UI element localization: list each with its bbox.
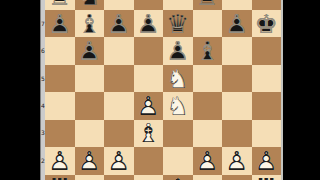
square-d6[interactable] bbox=[134, 37, 164, 64]
square-d5[interactable] bbox=[134, 65, 164, 92]
piece-white-knight: ♞♘ bbox=[163, 92, 193, 119]
square-d4[interactable]: ♟♙ bbox=[134, 92, 164, 119]
square-f6[interactable]: ♝♗ bbox=[193, 37, 223, 64]
square-d3[interactable]: ♝♗ bbox=[134, 120, 164, 147]
square-c5[interactable] bbox=[104, 65, 134, 92]
square-b7[interactable]: ♝♗ bbox=[75, 10, 105, 37]
square-f8[interactable]: ♜♖ bbox=[193, 0, 223, 10]
square-b8[interactable]: ♞♘ bbox=[75, 0, 105, 10]
piece-white-rook: ♜♖ bbox=[45, 175, 75, 180]
square-e2[interactable] bbox=[163, 147, 193, 174]
square-a2[interactable]: ♟♙ bbox=[45, 147, 75, 174]
piece-white-pawn: ♟♙ bbox=[104, 147, 134, 174]
square-e4[interactable]: ♞♘ bbox=[163, 92, 193, 119]
letterbox-left bbox=[0, 0, 40, 180]
square-b3[interactable] bbox=[75, 120, 105, 147]
square-c1[interactable] bbox=[104, 175, 134, 180]
square-b5[interactable] bbox=[75, 65, 105, 92]
square-f5[interactable] bbox=[193, 65, 223, 92]
square-g1[interactable] bbox=[222, 175, 252, 180]
square-f1[interactable] bbox=[193, 175, 223, 180]
piece-black-queen: ♛♕ bbox=[163, 10, 193, 37]
piece-black-pawn: ♟♙ bbox=[222, 10, 252, 37]
chess-board[interactable]: ♜♖♞♘♜♖♟♙♝♗♟♙♟♙♛♕♟♙♚♔♟♙♟♙♝♗♞♘♟♙♞♘♝♗♟♙♟♙♟♙… bbox=[45, 0, 281, 180]
square-b6[interactable]: ♟♙ bbox=[75, 37, 105, 64]
rank-label-3: 3 bbox=[41, 120, 45, 147]
piece-white-pawn: ♟♙ bbox=[193, 147, 223, 174]
square-g6[interactable] bbox=[222, 37, 252, 64]
piece-black-rook: ♜♖ bbox=[193, 0, 223, 10]
rank-label-2: 2 bbox=[41, 147, 45, 174]
square-c7[interactable]: ♟♙ bbox=[104, 10, 134, 37]
piece-black-bishop: ♝♗ bbox=[193, 37, 223, 64]
piece-black-pawn: ♟♙ bbox=[45, 10, 75, 37]
square-a4[interactable] bbox=[45, 92, 75, 119]
square-g5[interactable] bbox=[222, 65, 252, 92]
piece-black-bishop: ♝♗ bbox=[75, 10, 105, 37]
square-e1[interactable]: ♚♔ bbox=[163, 175, 193, 180]
square-g7[interactable]: ♟♙ bbox=[222, 10, 252, 37]
square-h2[interactable]: ♟♙ bbox=[252, 147, 282, 174]
piece-black-knight: ♞♘ bbox=[75, 0, 105, 10]
square-g3[interactable] bbox=[222, 120, 252, 147]
square-a8[interactable]: ♜♖ bbox=[45, 0, 75, 10]
square-a5[interactable] bbox=[45, 65, 75, 92]
square-h1[interactable]: ♜♖ bbox=[252, 175, 282, 180]
piece-black-pawn: ♟♙ bbox=[134, 10, 164, 37]
square-c8[interactable] bbox=[104, 0, 134, 10]
rank-label-5: 5 bbox=[41, 65, 45, 92]
piece-black-pawn: ♟♙ bbox=[163, 37, 193, 64]
piece-black-pawn: ♟♙ bbox=[104, 10, 134, 37]
square-h3[interactable] bbox=[252, 120, 282, 147]
square-d7[interactable]: ♟♙ bbox=[134, 10, 164, 37]
square-b2[interactable]: ♟♙ bbox=[75, 147, 105, 174]
square-c4[interactable] bbox=[104, 92, 134, 119]
square-a7[interactable]: ♟♙ bbox=[45, 10, 75, 37]
square-f4[interactable] bbox=[193, 92, 223, 119]
square-h7[interactable]: ♚♔ bbox=[252, 10, 282, 37]
square-a1[interactable]: ♜♖ bbox=[45, 175, 75, 180]
square-g2[interactable]: ♟♙ bbox=[222, 147, 252, 174]
square-e5[interactable]: ♞♘ bbox=[163, 65, 193, 92]
square-e7[interactable]: ♛♕ bbox=[163, 10, 193, 37]
piece-white-king: ♚♔ bbox=[163, 175, 193, 180]
piece-white-bishop: ♝♗ bbox=[134, 120, 164, 147]
piece-white-pawn: ♟♙ bbox=[222, 147, 252, 174]
square-d8[interactable] bbox=[134, 0, 164, 10]
rank-label-1: 1 bbox=[41, 175, 45, 180]
square-d2[interactable] bbox=[134, 147, 164, 174]
piece-white-pawn: ♟♙ bbox=[252, 147, 282, 174]
square-b4[interactable] bbox=[75, 92, 105, 119]
rank-coordinate-strip: 87654321 bbox=[40, 0, 45, 180]
square-c3[interactable] bbox=[104, 120, 134, 147]
rank-label-8: 8 bbox=[41, 0, 45, 10]
square-c6[interactable] bbox=[104, 37, 134, 64]
square-h5[interactable] bbox=[252, 65, 282, 92]
rank-label-4: 4 bbox=[41, 92, 45, 119]
square-a6[interactable] bbox=[45, 37, 75, 64]
piece-black-rook: ♜♖ bbox=[45, 0, 75, 10]
square-e6[interactable]: ♟♙ bbox=[163, 37, 193, 64]
square-h4[interactable] bbox=[252, 92, 282, 119]
square-g4[interactable] bbox=[222, 92, 252, 119]
square-b1[interactable] bbox=[75, 175, 105, 180]
piece-black-pawn: ♟♙ bbox=[75, 37, 105, 64]
square-h8[interactable] bbox=[252, 0, 282, 10]
piece-white-pawn: ♟♙ bbox=[134, 92, 164, 119]
square-e3[interactable] bbox=[163, 120, 193, 147]
square-c2[interactable]: ♟♙ bbox=[104, 147, 134, 174]
square-a3[interactable] bbox=[45, 120, 75, 147]
square-f3[interactable] bbox=[193, 120, 223, 147]
rank-label-6: 6 bbox=[41, 37, 45, 64]
square-e8[interactable] bbox=[163, 0, 193, 10]
square-h6[interactable] bbox=[252, 37, 282, 64]
board-right-border bbox=[281, 0, 283, 180]
rank-label-7: 7 bbox=[41, 10, 45, 37]
piece-white-rook: ♜♖ bbox=[252, 175, 282, 180]
square-d1[interactable] bbox=[134, 175, 164, 180]
square-g8[interactable] bbox=[222, 0, 252, 10]
video-frame: 87654321 ♜♖♞♘♜♖♟♙♝♗♟♙♟♙♛♕♟♙♚♔♟♙♟♙♝♗♞♘♟♙♞… bbox=[0, 0, 320, 180]
piece-white-knight: ♞♘ bbox=[163, 65, 193, 92]
square-f7[interactable] bbox=[193, 10, 223, 37]
piece-white-pawn: ♟♙ bbox=[45, 147, 75, 174]
piece-black-king: ♚♔ bbox=[252, 10, 282, 37]
letterbox-right bbox=[283, 0, 320, 180]
square-f2[interactable]: ♟♙ bbox=[193, 147, 223, 174]
piece-white-pawn: ♟♙ bbox=[75, 147, 105, 174]
